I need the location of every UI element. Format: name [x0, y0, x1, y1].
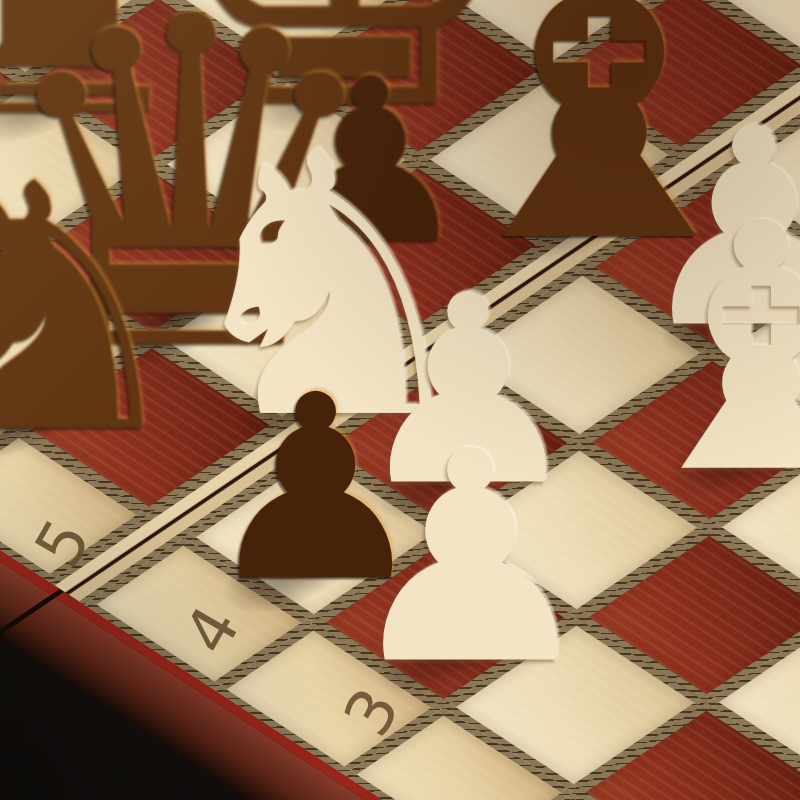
chessboard-photo-scene: ♜♚♛♞♟♝♞♟♟♟♟♝ 543: [0, 0, 800, 800]
chess-board: ♜♚♛♞♟♝♞♟♟♟♟♝ 543: [0, 0, 800, 800]
